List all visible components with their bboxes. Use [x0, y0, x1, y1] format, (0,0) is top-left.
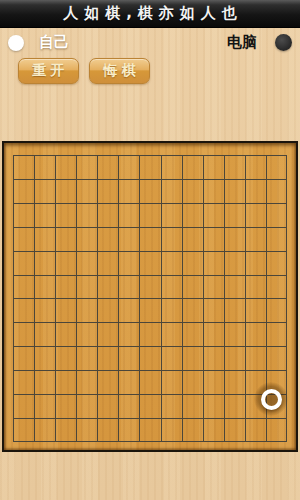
board-cell[interactable] — [97, 227, 118, 251]
board-cell[interactable] — [266, 179, 287, 203]
board-cell[interactable] — [34, 370, 55, 394]
board-cell[interactable] — [182, 322, 203, 346]
board-cell[interactable] — [266, 370, 287, 394]
board-cell[interactable] — [203, 227, 224, 251]
board-cell[interactable] — [13, 179, 34, 203]
board-cell[interactable] — [76, 394, 97, 418]
board-surface — [4, 143, 296, 450]
board-cell[interactable] — [182, 298, 203, 322]
board-cell[interactable] — [139, 346, 160, 370]
app-title: 人如棋,棋亦如人也 — [57, 4, 243, 23]
board-cell[interactable] — [203, 394, 224, 418]
board-cell[interactable] — [139, 251, 160, 275]
board-cell[interactable] — [161, 275, 182, 299]
board-cell[interactable] — [118, 322, 139, 346]
player-self: 自己 — [8, 33, 69, 52]
board-cell[interactable] — [245, 418, 266, 442]
board-cell[interactable] — [203, 179, 224, 203]
board-cell[interactable] — [13, 227, 34, 251]
board-cell[interactable] — [76, 179, 97, 203]
board-cell[interactable] — [139, 179, 160, 203]
board-cell[interactable] — [97, 179, 118, 203]
board-cell[interactable] — [118, 394, 139, 418]
board-cell[interactable] — [55, 418, 76, 442]
board-cell[interactable] — [182, 227, 203, 251]
board-cell[interactable] — [182, 370, 203, 394]
board-cell[interactable] — [182, 251, 203, 275]
board-cell[interactable] — [76, 155, 97, 179]
board-cell[interactable] — [55, 179, 76, 203]
board-cell[interactable] — [245, 179, 266, 203]
board-cell[interactable] — [139, 275, 160, 299]
board-cell[interactable] — [97, 418, 118, 442]
board-cell[interactable] — [118, 179, 139, 203]
black-stone-icon — [275, 34, 292, 51]
board-cell[interactable] — [161, 346, 182, 370]
board-cell[interactable] — [224, 346, 245, 370]
board-cell[interactable] — [55, 298, 76, 322]
board-cell[interactable] — [34, 179, 55, 203]
board-cell[interactable] — [161, 179, 182, 203]
board-cell[interactable] — [13, 155, 34, 179]
board-cell[interactable] — [203, 275, 224, 299]
board-cell[interactable] — [13, 298, 34, 322]
board-cell[interactable] — [118, 275, 139, 299]
board-cell[interactable] — [161, 155, 182, 179]
board-cell[interactable] — [266, 322, 287, 346]
board-cell[interactable] — [76, 251, 97, 275]
board-cell[interactable] — [266, 203, 287, 227]
board-cell[interactable] — [76, 275, 97, 299]
board-cell[interactable] — [76, 298, 97, 322]
board-cell[interactable] — [55, 322, 76, 346]
board-cell[interactable] — [118, 203, 139, 227]
board-cell[interactable] — [34, 322, 55, 346]
board-cell[interactable] — [245, 251, 266, 275]
player-self-label: 自己 — [39, 33, 69, 52]
board-cell[interactable] — [118, 346, 139, 370]
board-cell[interactable] — [245, 298, 266, 322]
board-cell[interactable] — [161, 322, 182, 346]
board-grid[interactable] — [13, 155, 287, 442]
board-cell[interactable] — [13, 275, 34, 299]
board-cell[interactable] — [13, 418, 34, 442]
board-cell[interactable] — [245, 322, 266, 346]
board-cell[interactable] — [97, 370, 118, 394]
board-cell[interactable] — [203, 418, 224, 442]
game-board[interactable] — [2, 141, 298, 452]
board-cell[interactable] — [139, 298, 160, 322]
board-cell[interactable] — [161, 418, 182, 442]
board-cell[interactable] — [34, 346, 55, 370]
board-cell[interactable] — [55, 370, 76, 394]
board-cell[interactable] — [266, 155, 287, 179]
board-cell[interactable] — [245, 394, 266, 418]
board-cell[interactable] — [182, 179, 203, 203]
board-cell[interactable] — [118, 155, 139, 179]
board-cell[interactable] — [139, 227, 160, 251]
board-cell[interactable] — [118, 418, 139, 442]
board-cell[interactable] — [161, 370, 182, 394]
board-cell[interactable] — [118, 298, 139, 322]
white-stone-icon — [8, 35, 24, 51]
board-cell[interactable] — [182, 418, 203, 442]
board-cell[interactable] — [161, 394, 182, 418]
board-cell[interactable] — [182, 394, 203, 418]
board-cell[interactable] — [13, 322, 34, 346]
board-cell[interactable] — [182, 346, 203, 370]
board-cell[interactable] — [224, 155, 245, 179]
board-cell[interactable] — [245, 227, 266, 251]
player-computer-label: 电脑 — [227, 33, 257, 52]
board-cell[interactable] — [224, 203, 245, 227]
board-cell[interactable] — [76, 370, 97, 394]
board-cell[interactable] — [139, 370, 160, 394]
board-cell[interactable] — [118, 251, 139, 275]
board-cell[interactable] — [139, 418, 160, 442]
board-cell[interactable] — [76, 322, 97, 346]
board-cell[interactable] — [266, 227, 287, 251]
board-cell[interactable] — [245, 370, 266, 394]
board-cell[interactable] — [139, 322, 160, 346]
board-cell[interactable] — [34, 251, 55, 275]
player-computer: 电脑 — [227, 33, 292, 52]
board-cell[interactable] — [118, 370, 139, 394]
board-cell[interactable] — [97, 275, 118, 299]
board-cell[interactable] — [34, 394, 55, 418]
board-cell[interactable] — [97, 322, 118, 346]
board-cell[interactable] — [182, 275, 203, 299]
board-cell[interactable] — [224, 275, 245, 299]
board-cell[interactable] — [161, 227, 182, 251]
board-cell[interactable] — [55, 346, 76, 370]
board-cell[interactable] — [13, 346, 34, 370]
board-cell[interactable] — [139, 203, 160, 227]
board-cell[interactable] — [224, 227, 245, 251]
board-cell[interactable] — [97, 203, 118, 227]
board-cell[interactable] — [34, 275, 55, 299]
board-cell[interactable] — [34, 155, 55, 179]
toolbar: 重开 悔棋 — [18, 58, 150, 84]
board-cell[interactable] — [203, 251, 224, 275]
board-cell[interactable] — [13, 203, 34, 227]
board-cell[interactable] — [224, 322, 245, 346]
board-cell[interactable] — [76, 227, 97, 251]
board-cell[interactable] — [55, 251, 76, 275]
board-cell[interactable] — [203, 203, 224, 227]
board-cell[interactable] — [182, 203, 203, 227]
title-bar: 人如棋,棋亦如人也 — [0, 0, 300, 28]
board-cell[interactable] — [245, 155, 266, 179]
board-cell[interactable] — [266, 298, 287, 322]
board-cell[interactable] — [13, 370, 34, 394]
board-cell[interactable] — [76, 418, 97, 442]
board-cell[interactable] — [266, 251, 287, 275]
board-cell[interactable] — [13, 394, 34, 418]
board-cell[interactable] — [55, 275, 76, 299]
board-cell[interactable] — [76, 346, 97, 370]
board-cell[interactable] — [97, 155, 118, 179]
board-cell[interactable] — [55, 203, 76, 227]
board-cell[interactable] — [161, 203, 182, 227]
board-cell[interactable] — [203, 346, 224, 370]
board-cell[interactable] — [13, 251, 34, 275]
board-cell[interactable] — [161, 251, 182, 275]
board-cell[interactable] — [203, 322, 224, 346]
board-cell[interactable] — [245, 275, 266, 299]
board-cell[interactable] — [245, 346, 266, 370]
board-cell[interactable] — [203, 155, 224, 179]
board-cell[interactable] — [97, 251, 118, 275]
board-cell[interactable] — [203, 370, 224, 394]
board-cell[interactable] — [55, 227, 76, 251]
board-cell[interactable] — [224, 370, 245, 394]
board-cell[interactable] — [139, 394, 160, 418]
board-cell[interactable] — [97, 394, 118, 418]
board-cell[interactable] — [266, 394, 287, 418]
board-cell[interactable] — [97, 298, 118, 322]
board-cell[interactable] — [118, 227, 139, 251]
board-cell[interactable] — [34, 203, 55, 227]
board-cell[interactable] — [245, 203, 266, 227]
board-cell[interactable] — [224, 179, 245, 203]
board-cell[interactable] — [224, 394, 245, 418]
board-cell[interactable] — [34, 298, 55, 322]
player-row: 自己 电脑 — [0, 29, 300, 56]
board-cell[interactable] — [224, 418, 245, 442]
board-cell[interactable] — [139, 155, 160, 179]
board-cell[interactable] — [55, 394, 76, 418]
board-cell[interactable] — [161, 298, 182, 322]
board-cell[interactable] — [34, 418, 55, 442]
board-cell[interactable] — [203, 298, 224, 322]
board-cell[interactable] — [97, 346, 118, 370]
board-cell[interactable] — [182, 155, 203, 179]
board-cell[interactable] — [55, 155, 76, 179]
restart-button[interactable]: 重开 — [18, 58, 79, 84]
board-cell[interactable] — [266, 418, 287, 442]
board-cell[interactable] — [34, 227, 55, 251]
board-cell[interactable] — [76, 203, 97, 227]
board-cell[interactable] — [266, 275, 287, 299]
board-cell[interactable] — [224, 251, 245, 275]
board-cell[interactable] — [266, 346, 287, 370]
board-cell[interactable] — [224, 298, 245, 322]
undo-button[interactable]: 悔棋 — [89, 58, 150, 84]
